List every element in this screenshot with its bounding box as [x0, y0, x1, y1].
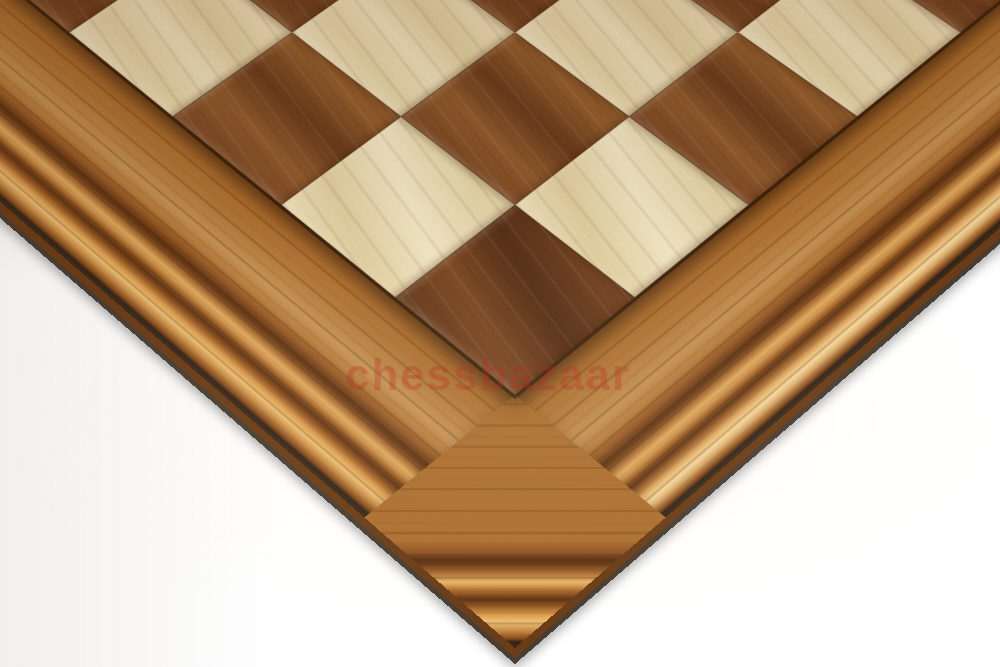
chess-board: [0, 0, 1000, 648]
photo-background: chessbazaar: [0, 0, 1000, 667]
board-underside-shadow: [0, 0, 1000, 667]
